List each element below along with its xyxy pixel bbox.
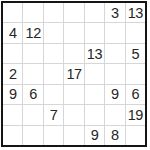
grid-cell-r7c5[interactable]: 9 <box>85 126 104 145</box>
grid-cell-r3c2[interactable] <box>23 44 42 63</box>
grid-cell-r3c4[interactable] <box>64 44 83 63</box>
grid-cell-r7c4[interactable] <box>64 126 83 145</box>
grid-cell-r3c7[interactable]: 5 <box>126 44 145 63</box>
grid-cell-r5c5[interactable] <box>85 85 104 104</box>
grid-cell-r1c4[interactable] <box>64 3 83 22</box>
grid-cell-r7c2[interactable] <box>23 126 42 145</box>
grid-cell-r5c3[interactable] <box>44 85 63 104</box>
grid-cell-r6c1[interactable] <box>3 105 22 124</box>
grid-cell-r2c2[interactable]: 12 <box>23 23 42 42</box>
grid-cell-r5c7[interactable]: 6 <box>126 85 145 104</box>
grid-cell-r1c6[interactable]: 3 <box>105 3 124 22</box>
grid-cell-r3c5[interactable]: 13 <box>85 44 104 63</box>
grid-cell-r6c3[interactable]: 7 <box>44 105 63 124</box>
grid-cell-r1c7[interactable]: 13 <box>126 3 145 22</box>
grid-cell-r2c6[interactable] <box>105 23 124 42</box>
grid-cell-r4c1[interactable]: 2 <box>3 64 22 83</box>
grid-cell-r4c2[interactable] <box>23 64 42 83</box>
grid-cell-r5c1[interactable]: 9 <box>3 85 22 104</box>
grid-cell-r5c4[interactable] <box>64 85 83 104</box>
grid-cell-r4c7[interactable] <box>126 64 145 83</box>
grid-cell-r6c6[interactable] <box>105 105 124 124</box>
grid-cell-r3c6[interactable] <box>105 44 124 63</box>
grid-cell-r6c4[interactable] <box>64 105 83 124</box>
grid-cell-r5c2[interactable]: 6 <box>23 85 42 104</box>
grid-cell-r2c1[interactable]: 4 <box>3 23 22 42</box>
grid-cell-r4c6[interactable] <box>105 64 124 83</box>
grid-cell-r1c2[interactable] <box>23 3 42 22</box>
grid-cell-r1c3[interactable] <box>44 3 63 22</box>
grid-cell-r1c5[interactable] <box>85 3 104 22</box>
grid-cell-r2c5[interactable] <box>85 23 104 42</box>
grid-cell-r7c6[interactable]: 8 <box>105 126 124 145</box>
grid-cell-r3c1[interactable] <box>3 44 22 63</box>
grid-cell-r6c2[interactable] <box>23 105 42 124</box>
grid-cell-r7c3[interactable] <box>44 126 63 145</box>
grid-cell-r4c5[interactable] <box>85 64 104 83</box>
grid-cell-r2c4[interactable] <box>64 23 83 42</box>
grid-cell-r3c3[interactable] <box>44 44 63 63</box>
grid-cell-r2c7[interactable] <box>126 23 145 42</box>
grid-cell-r6c7[interactable]: 19 <box>126 105 145 124</box>
grid-cell-r5c6[interactable]: 9 <box>105 85 124 104</box>
puzzle-board: 313412135217969671998 <box>1 1 147 147</box>
grid-cell-r2c3[interactable] <box>44 23 63 42</box>
grid-cell-r7c1[interactable] <box>3 126 22 145</box>
grid-cell-r7c7[interactable] <box>126 126 145 145</box>
grid-cell-r4c4[interactable]: 17 <box>64 64 83 83</box>
grid-cell-r6c5[interactable] <box>85 105 104 124</box>
grid-cell-r1c1[interactable] <box>3 3 22 22</box>
grid-cell-r4c3[interactable] <box>44 64 63 83</box>
